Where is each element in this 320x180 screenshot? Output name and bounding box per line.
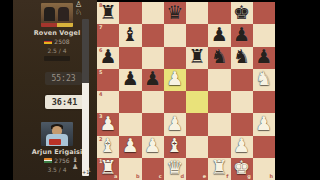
square-a2[interactable]: 2♝	[97, 136, 119, 158]
square-d5[interactable]: ♟	[164, 69, 186, 91]
file-label-c: c	[159, 174, 162, 179]
player-score-top: 2.5 / 4	[27, 47, 87, 54]
square-c3[interactable]	[142, 113, 164, 135]
square-d6[interactable]	[164, 47, 186, 69]
file-label-h: h	[269, 174, 273, 179]
square-c5[interactable]: ♟	[142, 69, 164, 91]
player-photo-bottom	[41, 122, 73, 146]
square-a3[interactable]: 3♟	[97, 113, 119, 135]
black-bishop: ♝	[122, 25, 139, 44]
photo-banner	[41, 23, 73, 27]
player-photo-top	[41, 3, 73, 27]
rank-label-5: 5	[99, 70, 102, 75]
square-g1[interactable]: g♚	[231, 158, 253, 180]
broadcast-frame: Roven Vogel 2508 2.5 / 4 ♙♘ 55:23 36:41 …	[0, 0, 320, 180]
black-rook: ♜	[100, 3, 117, 22]
player-name-top: Roven Vogel	[27, 29, 87, 37]
square-c7[interactable]	[142, 24, 164, 46]
captured-pieces-top: ♙♘	[75, 1, 82, 17]
black-queen: ♛	[166, 3, 183, 22]
square-e8[interactable]	[186, 2, 208, 24]
square-e1[interactable]: e	[186, 158, 208, 180]
square-c8[interactable]	[142, 2, 164, 24]
rank-label-4: 4	[99, 92, 102, 97]
square-d8[interactable]: ♛	[164, 2, 186, 24]
white-pawn: ♟	[122, 136, 139, 155]
white-bishop: ♝	[166, 136, 183, 155]
square-e2[interactable]	[186, 136, 208, 158]
square-c1[interactable]: c	[142, 158, 164, 180]
white-pawn: ♟	[144, 136, 161, 155]
white-pawn: ♟	[255, 114, 272, 133]
photo-red-badge	[49, 139, 61, 145]
square-g2[interactable]: ♟	[231, 136, 253, 158]
file-label-b: b	[136, 174, 140, 179]
square-g4[interactable]	[231, 91, 253, 113]
india-flag-icon	[44, 158, 52, 163]
square-b6[interactable]	[119, 47, 141, 69]
square-e7[interactable]	[186, 24, 208, 46]
square-f8[interactable]	[208, 2, 230, 24]
square-h2[interactable]	[253, 136, 275, 158]
square-h1[interactable]: h	[253, 158, 275, 180]
square-h7[interactable]	[253, 24, 275, 46]
evaluation-bar-white-section	[82, 83, 89, 176]
black-pawn: ♟	[144, 69, 161, 88]
chess-board[interactable]: 8♜♛♚7♝♟♟6♟♜♞♞♟5♟♟♟♞43♟♟♟2♝♟♟♝♟1a♜bcd♛ef♜…	[97, 2, 275, 180]
square-a4[interactable]: 4	[97, 91, 119, 113]
clock-bottom-player: 36:41	[45, 95, 84, 109]
square-d7[interactable]	[164, 24, 186, 46]
player-silhouette	[44, 7, 55, 21]
germany-flag-icon	[44, 39, 52, 44]
square-e3[interactable]	[186, 113, 208, 135]
square-h5[interactable]: ♞	[253, 69, 275, 91]
square-d4[interactable]	[164, 91, 186, 113]
black-king: ♚	[233, 3, 250, 22]
square-g5[interactable]	[231, 69, 253, 91]
white-king: ♚	[233, 158, 250, 177]
white-pawn: ♟	[166, 114, 183, 133]
captured-pieces-bottom: ♝♟	[72, 157, 78, 171]
clock-top-player: 55:23	[45, 72, 82, 85]
captured-white-knight-icon: ♘	[75, 9, 82, 17]
square-h3[interactable]: ♟	[253, 113, 275, 135]
square-a5[interactable]: 5	[97, 69, 119, 91]
square-g7[interactable]: ♟	[231, 24, 253, 46]
square-f2[interactable]	[208, 136, 230, 158]
square-f1[interactable]: f♜	[208, 158, 230, 180]
square-f7[interactable]: ♟	[208, 24, 230, 46]
square-b5[interactable]: ♟	[119, 69, 141, 91]
square-f5[interactable]	[208, 69, 230, 91]
file-label-e: e	[203, 174, 206, 179]
square-b4[interactable]	[119, 91, 141, 113]
black-pawn: ♟	[255, 47, 272, 66]
player-rating-bottom: 2756	[54, 157, 69, 164]
player-rating-row-top: 2508	[27, 38, 87, 45]
square-c6[interactable]	[142, 47, 164, 69]
square-a1[interactable]: 1a♜	[97, 158, 119, 180]
square-h4[interactable]	[253, 91, 275, 113]
square-b3[interactable]	[119, 113, 141, 135]
black-knight: ♞	[233, 47, 250, 66]
score-value-bottom: 3.5 / 4	[47, 166, 66, 173]
square-h6[interactable]: ♟	[253, 47, 275, 69]
square-g3[interactable]	[231, 113, 253, 135]
opponent-silhouette	[58, 7, 69, 21]
white-bishop: ♝	[100, 136, 117, 155]
square-a8[interactable]: 8♜	[97, 2, 119, 24]
black-pawn: ♟	[100, 47, 117, 66]
square-d2[interactable]: ♝	[164, 136, 186, 158]
black-pawn: ♟	[233, 25, 250, 44]
square-b8[interactable]	[119, 2, 141, 24]
player-rating-top: 2508	[54, 38, 69, 45]
black-pawn: ♟	[211, 25, 228, 44]
square-g6[interactable]: ♞	[231, 47, 253, 69]
square-c4[interactable]	[142, 91, 164, 113]
black-pawn: ♟	[122, 69, 139, 88]
square-g8[interactable]: ♚	[231, 2, 253, 24]
white-rook: ♜	[100, 158, 117, 177]
square-b2[interactable]: ♟	[119, 136, 141, 158]
square-d3[interactable]: ♟	[164, 113, 186, 135]
player-subbar-top	[44, 56, 70, 61]
square-f4[interactable]	[208, 91, 230, 113]
square-d1[interactable]: d♛	[164, 158, 186, 180]
white-pawn: ♟	[166, 69, 183, 88]
square-f3[interactable]	[208, 113, 230, 135]
square-b7[interactable]: ♝	[119, 24, 141, 46]
square-f6[interactable]: ♞	[208, 47, 230, 69]
evaluation-bar: +1	[82, 19, 89, 176]
evaluation-score-label: +1	[82, 169, 89, 175]
white-pawn: ♟	[233, 136, 250, 155]
white-knight: ♞	[255, 69, 272, 88]
rank-label-7: 7	[99, 25, 102, 30]
square-b1[interactable]: b	[119, 158, 141, 180]
square-c2[interactable]: ♟	[142, 136, 164, 158]
square-e4[interactable]	[186, 91, 208, 113]
square-e5[interactable]	[186, 69, 208, 91]
captured-black-pawn-icon: ♟	[72, 164, 78, 171]
white-pawn: ♟	[100, 114, 117, 133]
white-queen: ♛	[166, 158, 183, 177]
square-h8[interactable]	[253, 2, 275, 24]
square-a6[interactable]: 6♟	[97, 47, 119, 69]
square-e6[interactable]: ♜	[186, 47, 208, 69]
square-a7[interactable]: 7	[97, 24, 119, 46]
black-knight: ♞	[211, 47, 228, 66]
black-rook: ♜	[189, 47, 206, 66]
white-rook: ♜	[211, 158, 228, 177]
player-name-bottom: Arjun Erigaisi	[27, 148, 87, 156]
